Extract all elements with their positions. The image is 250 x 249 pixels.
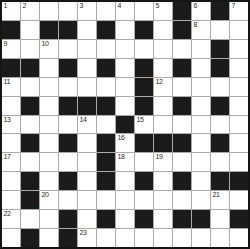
white-cell-r1c5[interactable]: 3 (78, 2, 96, 20)
white-cell-r6c9[interactable] (154, 97, 172, 115)
white-cell-r3c9[interactable] (154, 40, 172, 58)
clue-number-11: 11 (4, 78, 11, 86)
white-cell-r2c7[interactable] (116, 21, 134, 39)
clue-number-19: 19 (156, 153, 163, 161)
black-cell-r12c13 (230, 210, 248, 228)
white-cell-r1c7[interactable]: 4 (116, 2, 134, 20)
clue-number-17: 17 (4, 153, 11, 161)
black-cell-r6c12 (211, 97, 229, 115)
white-cell-r13c6[interactable] (97, 229, 115, 247)
black-cell-r12c11 (192, 210, 210, 228)
black-cell-r6c2 (21, 97, 39, 115)
clue-number-18: 18 (118, 153, 125, 161)
clue-number-22: 22 (4, 210, 11, 218)
clue-number-23: 23 (80, 229, 87, 237)
white-cell-r7c10[interactable] (173, 116, 191, 134)
black-cell-r2c10 (173, 21, 191, 39)
white-cell-r1c1[interactable]: 1 (2, 2, 20, 20)
black-cell-r6c4 (59, 97, 77, 115)
white-cell-r11c9[interactable] (154, 191, 172, 209)
black-cell-r6c5 (78, 97, 96, 115)
black-cell-r8c6 (97, 134, 115, 152)
clue-number-13: 13 (4, 116, 11, 124)
clue-number-12: 12 (156, 78, 163, 86)
clue-number-14: 14 (80, 116, 87, 124)
white-cell-r2c11[interactable]: 8 (192, 21, 210, 39)
black-cell-r8c2 (21, 134, 39, 152)
white-cell-r12c12[interactable] (211, 210, 229, 228)
black-cell-r10c4 (59, 172, 77, 190)
white-cell-r3c5[interactable] (78, 40, 96, 58)
white-cell-r12c5[interactable] (78, 210, 96, 228)
black-cell-r4c1 (2, 59, 20, 77)
white-cell-r5c13[interactable] (230, 78, 248, 96)
white-cell-r5c4[interactable] (59, 78, 77, 96)
black-cell-r4c8 (135, 59, 153, 77)
white-cell-r6c11[interactable] (192, 97, 210, 115)
white-cell-r3c4[interactable] (59, 40, 77, 58)
black-cell-r1c12 (211, 2, 229, 20)
white-cell-r1c13[interactable]: 7 (230, 2, 248, 20)
white-cell-r8c1[interactable] (2, 134, 20, 152)
white-cell-r13c12[interactable] (211, 229, 229, 247)
white-cell-r7c4[interactable] (59, 116, 77, 134)
black-cell-r13c2 (21, 229, 39, 247)
clue-number-15: 15 (137, 116, 144, 124)
white-cell-r4c11[interactable] (192, 59, 210, 77)
white-cell-r9c13[interactable] (230, 153, 248, 171)
white-cell-r5c3[interactable] (40, 78, 58, 96)
white-cell-r5c6[interactable] (97, 78, 115, 96)
white-cell-r9c11[interactable] (192, 153, 210, 171)
white-cell-r13c8[interactable] (135, 229, 153, 247)
clue-number-3: 3 (80, 2, 84, 10)
white-cell-r9c4[interactable] (59, 153, 77, 171)
black-cell-r10c6 (97, 172, 115, 190)
black-cell-r8c9 (154, 134, 172, 152)
white-cell-r12c1[interactable]: 22 (2, 210, 20, 228)
white-cell-r13c13[interactable] (230, 229, 248, 247)
black-cell-r6c8 (135, 97, 153, 115)
white-cell-r3c8[interactable] (135, 40, 153, 58)
white-cell-r12c3[interactable] (40, 210, 58, 228)
white-cell-r8c7[interactable]: 16 (116, 134, 134, 152)
white-cell-r11c1[interactable] (2, 191, 20, 209)
white-cell-r10c11[interactable] (192, 172, 210, 190)
white-cell-r6c7[interactable] (116, 97, 134, 115)
white-cell-r1c3[interactable] (40, 2, 58, 20)
black-cell-r12c8 (135, 210, 153, 228)
white-cell-r11c5[interactable] (78, 191, 96, 209)
black-cell-r12c4 (59, 210, 77, 228)
clue-number-8: 8 (194, 21, 198, 29)
black-cell-r4c4 (59, 59, 77, 77)
white-cell-r1c9[interactable]: 5 (154, 2, 172, 20)
white-cell-r11c13[interactable] (230, 191, 248, 209)
black-cell-r2c6 (97, 21, 115, 39)
white-cell-r3c13[interactable] (230, 40, 248, 58)
black-cell-r10c10 (173, 172, 191, 190)
white-cell-r3c11[interactable] (192, 40, 210, 58)
black-cell-r10c12 (211, 172, 229, 190)
clue-number-5: 5 (156, 2, 160, 10)
black-cell-r4c2 (21, 59, 39, 77)
white-cell-r4c7[interactable] (116, 59, 134, 77)
white-cell-r10c7[interactable] (116, 172, 134, 190)
black-cell-r12c6 (97, 210, 115, 228)
white-cell-r5c9[interactable]: 12 (154, 78, 172, 96)
white-cell-r5c11[interactable] (192, 78, 210, 96)
white-cell-r2c5[interactable] (78, 21, 96, 39)
white-cell-r2c9[interactable] (154, 21, 172, 39)
white-cell-r1c11[interactable]: 6 (192, 2, 210, 20)
white-cell-r9c8[interactable] (135, 153, 153, 171)
white-cell-r2c2[interactable] (21, 21, 39, 39)
white-cell-r12c7[interactable] (116, 210, 134, 228)
white-cell-r11c10[interactable] (173, 191, 191, 209)
white-cell-r13c3[interactable] (40, 229, 58, 247)
white-cell-r3c6[interactable] (97, 40, 115, 58)
black-cell-r13c4 (59, 229, 77, 247)
white-cell-r3c3[interactable]: 10 (40, 40, 58, 58)
white-cell-r10c1[interactable] (2, 172, 20, 190)
white-cell-r5c12[interactable] (211, 78, 229, 96)
clue-number-16: 16 (118, 134, 125, 142)
white-cell-r4c9[interactable] (154, 59, 172, 77)
black-cell-r2c8 (135, 21, 153, 39)
black-cell-r12c10 (173, 210, 191, 228)
black-cell-r8c10 (173, 134, 191, 152)
white-cell-r9c12[interactable] (211, 153, 229, 171)
white-cell-r7c12[interactable] (211, 116, 229, 134)
white-cell-r3c1[interactable]: 9 (2, 40, 20, 58)
white-cell-r12c2[interactable] (21, 210, 39, 228)
white-cell-r9c2[interactable] (21, 153, 39, 171)
crossword-puzzle: 1234567891011121314151617181920212223 (0, 0, 250, 249)
white-cell-r7c3[interactable] (40, 116, 58, 134)
white-cell-r13c11[interactable] (192, 229, 210, 247)
black-cell-r10c8 (135, 172, 153, 190)
white-cell-r11c6[interactable] (97, 191, 115, 209)
white-cell-r7c11[interactable] (192, 116, 210, 134)
white-cell-r9c10[interactable] (173, 153, 191, 171)
white-cell-r11c7[interactable] (116, 191, 134, 209)
black-cell-r2c1 (2, 21, 20, 39)
white-cell-r11c12[interactable]: 21 (211, 191, 229, 209)
clue-number-10: 10 (42, 40, 49, 48)
white-cell-r8c13[interactable] (230, 134, 248, 152)
clue-number-2: 2 (23, 2, 27, 10)
white-cell-r5c5[interactable] (78, 78, 96, 96)
white-cell-r5c2[interactable] (21, 78, 39, 96)
white-cell-r12c9[interactable] (154, 210, 172, 228)
white-cell-r6c3[interactable] (40, 97, 58, 115)
black-cell-r6c10 (173, 97, 191, 115)
white-cell-r7c1[interactable]: 13 (2, 116, 20, 134)
crossword-board: 1234567891011121314151617181920212223 (0, 0, 250, 249)
clue-number-20: 20 (42, 191, 49, 199)
white-cell-r5c1[interactable]: 11 (2, 78, 20, 96)
white-cell-r1c4[interactable] (59, 2, 77, 20)
black-cell-r2c4 (59, 21, 77, 39)
black-cell-r8c8 (135, 134, 153, 152)
white-cell-r1c6[interactable] (97, 2, 115, 20)
clue-number-1: 1 (4, 2, 8, 10)
white-cell-r7c5[interactable]: 14 (78, 116, 96, 134)
black-cell-r8c4 (59, 134, 77, 152)
white-cell-r2c12[interactable] (211, 21, 229, 39)
white-cell-r3c7[interactable] (116, 40, 134, 58)
white-cell-r7c6[interactable] (97, 116, 115, 134)
white-cell-r10c9[interactable] (154, 172, 172, 190)
black-cell-r6c6 (97, 97, 115, 115)
white-cell-r6c13[interactable] (230, 97, 248, 115)
white-cell-r1c8[interactable] (135, 2, 153, 20)
black-cell-r2c3 (40, 21, 58, 39)
white-cell-r8c11[interactable] (192, 134, 210, 152)
white-cell-r9c3[interactable] (40, 153, 58, 171)
white-cell-r10c3[interactable] (40, 172, 58, 190)
black-cell-r3c12 (211, 40, 229, 58)
white-cell-r10c5[interactable] (78, 172, 96, 190)
clue-number-21: 21 (213, 191, 220, 199)
black-cell-r10c13 (230, 172, 248, 190)
white-cell-r5c7[interactable] (116, 78, 134, 96)
white-cell-r4c13[interactable] (230, 59, 248, 77)
white-cell-r7c8[interactable]: 15 (135, 116, 153, 134)
white-cell-r11c4[interactable] (59, 191, 77, 209)
white-cell-r9c9[interactable]: 19 (154, 153, 172, 171)
black-cell-r4c12 (211, 59, 229, 77)
white-cell-r7c2[interactable] (21, 116, 39, 134)
black-cell-r4c6 (97, 59, 115, 77)
black-cell-r5c8 (135, 78, 153, 96)
white-cell-r11c8[interactable] (135, 191, 153, 209)
white-cell-r8c3[interactable] (40, 134, 58, 152)
white-cell-r1c2[interactable]: 2 (21, 2, 39, 20)
white-cell-r3c10[interactable] (173, 40, 191, 58)
white-cell-r4c5[interactable] (78, 59, 96, 77)
white-cell-r13c5[interactable]: 23 (78, 229, 96, 247)
white-cell-r6c1[interactable] (2, 97, 20, 115)
black-cell-r9c6 (97, 153, 115, 171)
white-cell-r7c13[interactable] (230, 116, 248, 134)
white-cell-r13c7[interactable] (116, 229, 134, 247)
black-cell-r8c12 (211, 134, 229, 152)
white-cell-r5c10[interactable] (173, 78, 191, 96)
white-cell-r11c11[interactable] (192, 191, 210, 209)
black-cell-r7c7 (116, 116, 134, 134)
white-cell-r13c1[interactable] (2, 229, 20, 247)
white-cell-r9c5[interactable] (78, 153, 96, 171)
white-cell-r13c9[interactable] (154, 229, 172, 247)
clue-number-9: 9 (4, 40, 8, 48)
black-cell-r1c10 (173, 2, 191, 20)
white-cell-r11c3[interactable]: 20 (40, 191, 58, 209)
black-cell-r10c2 (21, 172, 39, 190)
clue-number-7: 7 (232, 2, 236, 10)
white-cell-r9c1[interactable]: 17 (2, 153, 20, 171)
clue-number-6: 6 (194, 2, 198, 10)
white-cell-r8c5[interactable] (78, 134, 96, 152)
white-cell-r9c7[interactable]: 18 (116, 153, 134, 171)
white-cell-r4c3[interactable] (40, 59, 58, 77)
black-cell-r11c2 (21, 191, 39, 209)
white-cell-r2c13[interactable] (230, 21, 248, 39)
white-cell-r7c9[interactable] (154, 116, 172, 134)
clue-number-4: 4 (118, 2, 122, 10)
white-cell-r13c10[interactable] (173, 229, 191, 247)
white-cell-r3c2[interactable] (21, 40, 39, 58)
black-cell-r4c10 (173, 59, 191, 77)
